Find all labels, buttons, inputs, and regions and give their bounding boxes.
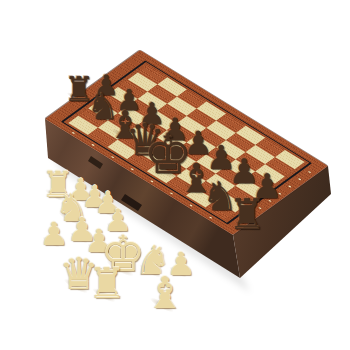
chess-piece-dark-rook: ♜ xyxy=(228,194,266,236)
chess-piece-light-bishop: ♝ xyxy=(145,271,184,315)
chess-set-photo: ♟♜♟♞♟♝♟♟♛♟♚♟♝♟♞♜♜♟♟♟♞♟♟♟♟♚♞♟♛♜♝ xyxy=(0,0,350,350)
pieces-layer: ♟♜♟♞♟♝♟♟♛♟♚♟♝♟♞♜♜♟♟♟♞♟♟♟♟♚♞♟♛♜♝ xyxy=(0,0,350,350)
chess-piece-light-rook: ♜ xyxy=(88,263,126,305)
chess-piece-light-pawn: ♟ xyxy=(40,218,69,250)
